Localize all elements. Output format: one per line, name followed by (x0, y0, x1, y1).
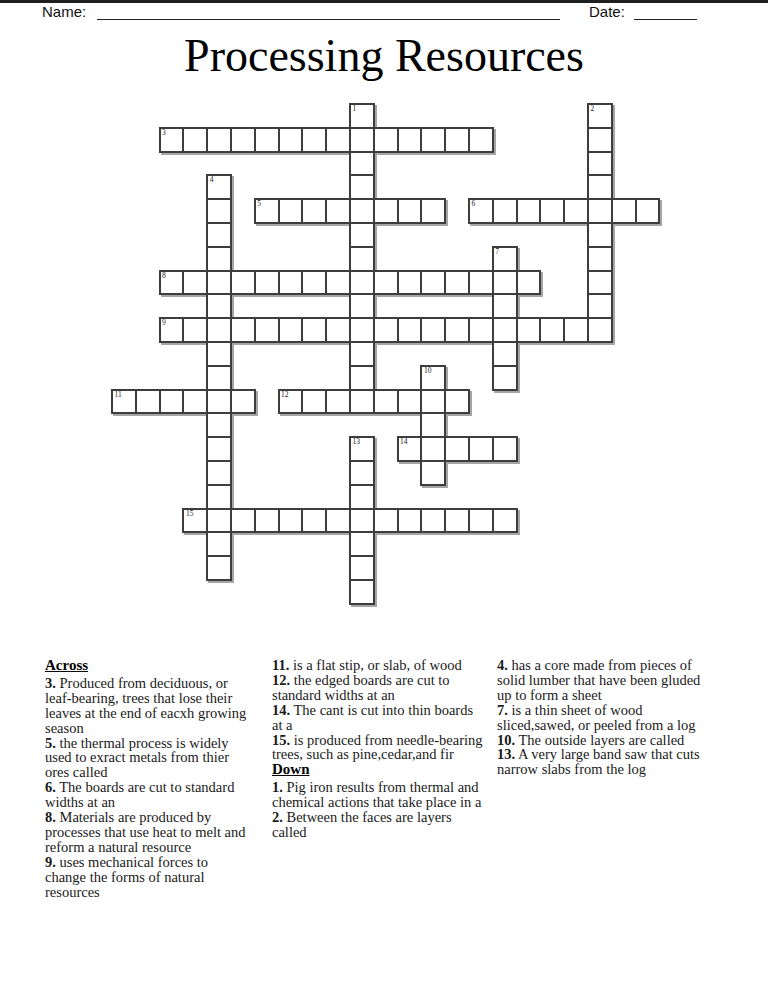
cell-r12-c3[interactable] (182, 389, 208, 415)
clue-across-11: 11. is a flat stip, or slab, of wood (272, 658, 484, 673)
clue-text-8: Materials are produced by processes that… (45, 809, 246, 855)
clue-number-13: 13 (353, 437, 361, 446)
cell-r6-c20[interactable] (587, 246, 613, 272)
cell-r19-c4[interactable] (206, 555, 232, 581)
clue-across-15: 15. is produced from needle-bearing tree… (272, 733, 484, 763)
cell-r8-c4[interactable] (206, 293, 232, 319)
clue-number-8: 8 (162, 271, 166, 280)
cell-r4-c11[interactable] (373, 198, 399, 224)
clue-number-label-6: 6. (45, 779, 56, 795)
cell-r19-c10[interactable] (349, 555, 375, 581)
clue-text-1: Pig iron results from thermal and chemic… (272, 779, 481, 810)
clue-across-6: 6. The boards are cut to standard widths… (45, 780, 250, 810)
clue-text-12: the edged boards are cut to standard wid… (272, 672, 450, 703)
cell-r7-c10[interactable] (349, 270, 375, 296)
cell-r14-c13[interactable] (420, 436, 446, 462)
clue-text-5: the thermal process is widely used to ex… (45, 735, 229, 781)
clue-number-label-2: 2. (272, 809, 283, 825)
clue-text-4: has a core made from pieces of solid lum… (497, 657, 700, 703)
clue-number-label-7: 7. (497, 702, 508, 718)
cell-r14-c16[interactable] (492, 436, 518, 462)
clue-number-label-10: 10. (497, 732, 515, 748)
cell-r1-c6[interactable] (254, 127, 280, 153)
cell-r9-c4[interactable] (206, 317, 232, 343)
cell-r17-c7[interactable] (278, 508, 304, 534)
cell-r4-c10[interactable] (349, 198, 375, 224)
clue-number-10: 10 (424, 366, 432, 375)
cell-r12-c9[interactable] (325, 389, 351, 415)
cell-r7-c3[interactable] (182, 270, 208, 296)
cell-r12-c2[interactable] (159, 389, 185, 415)
cell-r14-c10[interactable]: 13 (349, 436, 375, 462)
cell-r6-c10[interactable] (349, 246, 375, 272)
clue-number-label-11: 11. (272, 657, 289, 673)
cell-r1-c2[interactable]: 3 (159, 127, 185, 153)
cell-r9-c20[interactable] (587, 317, 613, 343)
down-heading: Down (272, 762, 484, 777)
cell-r7-c4[interactable] (206, 270, 232, 296)
clue-down-13: 13. A very large band saw that cuts narr… (497, 747, 715, 777)
clue-column-across: Across3. Produced from deciduous, or lea… (45, 658, 250, 900)
cell-r1-c20[interactable] (587, 127, 613, 153)
cell-r10-c16[interactable] (492, 341, 518, 367)
cell-r9-c10[interactable] (349, 317, 375, 343)
cell-r12-c14[interactable] (444, 389, 470, 415)
cell-r1-c13[interactable] (420, 127, 446, 153)
cell-r1-c12[interactable] (397, 127, 423, 153)
cell-r17-c3[interactable]: 15 (182, 508, 208, 534)
cell-r9-c11[interactable] (373, 317, 399, 343)
cell-r8-c20[interactable] (587, 293, 613, 319)
clue-number-4: 4 (210, 175, 214, 184)
cell-r1-c15[interactable] (468, 127, 494, 153)
cell-r1-c11[interactable] (373, 127, 399, 153)
cell-r3-c10[interactable] (349, 174, 375, 200)
crossword-board: 123456789101112131415 (111, 103, 661, 606)
clue-across-9: 9. uses mechanical forces to change the … (45, 855, 250, 900)
cell-r11-c13[interactable]: 10 (420, 365, 446, 391)
cell-r7-c13[interactable] (420, 270, 446, 296)
cell-r11-c10[interactable] (349, 365, 375, 391)
cell-r11-c16[interactable] (492, 365, 518, 391)
cell-r15-c4[interactable] (206, 460, 232, 486)
cell-r7-c6[interactable] (254, 270, 280, 296)
cell-r7-c9[interactable] (325, 270, 351, 296)
cell-r7-c5[interactable] (230, 270, 256, 296)
cell-r9-c18[interactable] (539, 317, 565, 343)
cell-r7-c11[interactable] (373, 270, 399, 296)
cell-r1-c9[interactable] (325, 127, 351, 153)
cell-r17-c11[interactable] (373, 508, 399, 534)
cell-r15-c13[interactable] (420, 460, 446, 486)
clue-number-label-15: 15. (272, 732, 290, 748)
clue-number-11: 11 (115, 390, 122, 399)
cell-r4-c21[interactable] (611, 198, 637, 224)
cell-r12-c8[interactable] (301, 389, 327, 415)
cell-r4-c15[interactable]: 6 (468, 198, 494, 224)
clue-number-label-14: 14. (272, 702, 290, 718)
clue-number-label-1: 1. (272, 779, 283, 795)
cell-r9-c13[interactable] (420, 317, 446, 343)
clue-text-6: The boards are cut to standard widths at… (45, 779, 234, 810)
clue-column-mixed: 11. is a flat stip, or slab, of wood12. … (272, 658, 484, 840)
clue-down-1: 1. Pig iron results from thermal and che… (272, 780, 484, 810)
cell-r18-c4[interactable] (206, 531, 232, 557)
cell-r9-c9[interactable] (325, 317, 351, 343)
cell-r17-c12[interactable] (397, 508, 423, 534)
cell-r7-c16[interactable] (492, 270, 518, 296)
clue-number-14: 14 (400, 437, 408, 446)
cell-r18-c10[interactable] (349, 531, 375, 557)
cell-r12-c4[interactable] (206, 389, 232, 415)
clue-across-8: 8. Materials are produced by processes t… (45, 810, 250, 855)
across-heading: Across (45, 658, 250, 673)
cell-r7-c7[interactable] (278, 270, 304, 296)
name-label: Name: (42, 3, 86, 20)
clue-down-10: 10. The outside layers are called (497, 733, 715, 748)
clue-across-3: 3. Produced from deciduous, or leaf-bear… (45, 676, 250, 736)
cell-r4-c13[interactable] (420, 198, 446, 224)
cell-r4-c9[interactable] (325, 198, 351, 224)
cell-r0-c10[interactable]: 1 (349, 103, 375, 129)
cell-r1-c5[interactable] (230, 127, 256, 153)
clue-down-2: 2. Between the faces are layers called (272, 810, 484, 840)
cell-r9-c14[interactable] (444, 317, 470, 343)
cell-r14-c4[interactable] (206, 436, 232, 462)
clue-number-3: 3 (162, 128, 166, 137)
cell-r4-c18[interactable] (539, 198, 565, 224)
cell-r9-c19[interactable] (563, 317, 589, 343)
cell-r7-c14[interactable] (444, 270, 470, 296)
cell-r9-c2[interactable]: 9 (159, 317, 185, 343)
clue-across-5: 5. the thermal process is widely used to… (45, 736, 250, 781)
clue-number-15: 15 (186, 509, 194, 518)
cell-r10-c4[interactable] (206, 341, 232, 367)
clue-number-label-5: 5. (45, 735, 56, 751)
cell-r3-c4[interactable]: 4 (206, 174, 232, 200)
cell-r13-c13[interactable] (420, 412, 446, 438)
cell-r12-c7[interactable]: 12 (278, 389, 304, 415)
cell-r17-c10[interactable] (349, 508, 375, 534)
cell-r9-c16[interactable] (492, 317, 518, 343)
cell-r15-c10[interactable] (349, 460, 375, 486)
cell-r12-c5[interactable] (230, 389, 256, 415)
clue-text-11: is a flat stip, or slab, of wood (289, 657, 461, 673)
cell-r4-c4[interactable] (206, 198, 232, 224)
clue-number-6: 6 (472, 199, 476, 208)
clue-number-label-13: 13. (497, 746, 515, 762)
cell-r12-c12[interactable] (397, 389, 423, 415)
clue-text-9: uses mechanical forces to change the for… (45, 854, 208, 900)
cell-r1-c8[interactable] (301, 127, 327, 153)
cell-r0-c20[interactable]: 2 (587, 103, 613, 129)
cell-r17-c13[interactable] (420, 508, 446, 534)
cell-r4-c20[interactable] (587, 198, 613, 224)
cell-r11-c4[interactable] (206, 365, 232, 391)
clue-number-12: 12 (281, 390, 289, 399)
page-top-border (0, 0, 768, 3)
cell-r9-c15[interactable] (468, 317, 494, 343)
cell-r5-c10[interactable] (349, 222, 375, 248)
cell-r1-c3[interactable] (182, 127, 208, 153)
clue-number-1: 1 (353, 104, 357, 113)
cell-r9-c17[interactable] (516, 317, 542, 343)
cell-r4-c19[interactable] (563, 198, 589, 224)
cell-r9-c3[interactable] (182, 317, 208, 343)
clue-text-10: The outside layers are called (515, 732, 684, 748)
clue-down-7: 7. is a thin sheet of wood sliced,sawed,… (497, 703, 715, 733)
cell-r3-c20[interactable] (587, 174, 613, 200)
clue-column-down: 4. has a core made from pieces of solid … (497, 658, 715, 777)
date-label: Date: (589, 3, 625, 20)
cell-r7-c2[interactable]: 8 (159, 270, 185, 296)
cell-r17-c14[interactable] (444, 508, 470, 534)
cell-r7-c15[interactable] (468, 270, 494, 296)
cell-r14-c15[interactable] (468, 436, 494, 462)
cell-r9-c7[interactable] (278, 317, 304, 343)
cell-r7-c17[interactable] (516, 270, 542, 296)
cell-r12-c0[interactable]: 11 (111, 389, 137, 415)
cell-r1-c10[interactable] (349, 127, 375, 153)
cell-r1-c14[interactable] (444, 127, 470, 153)
cell-r6-c16[interactable]: 7 (492, 246, 518, 272)
cell-r9-c5[interactable] (230, 317, 256, 343)
clue-number-7: 7 (495, 247, 499, 256)
cell-r17-c15[interactable] (468, 508, 494, 534)
cell-r7-c20[interactable] (587, 270, 613, 296)
cell-r14-c14[interactable] (444, 436, 470, 462)
cell-r5-c4[interactable] (206, 222, 232, 248)
cell-r4-c16[interactable] (492, 198, 518, 224)
cell-r14-c12[interactable]: 14 (397, 436, 423, 462)
cell-r17-c5[interactable] (230, 508, 256, 534)
clue-text-3: Produced from deciduous, or leaf-bearing… (45, 675, 246, 736)
cell-r2-c10[interactable] (349, 151, 375, 177)
page-title: Processing Resources (0, 30, 768, 82)
cell-r7-c12[interactable] (397, 270, 423, 296)
cell-r17-c8[interactable] (301, 508, 327, 534)
date-input-line[interactable] (634, 19, 697, 20)
cell-r12-c10[interactable] (349, 389, 375, 415)
cell-r8-c16[interactable] (492, 293, 518, 319)
cell-r1-c4[interactable] (206, 127, 232, 153)
cell-r4-c17[interactable] (516, 198, 542, 224)
cell-r20-c10[interactable] (349, 579, 375, 605)
cell-r9-c12[interactable] (397, 317, 423, 343)
cell-r4-c8[interactable] (301, 198, 327, 224)
clue-number-label-4: 4. (497, 657, 508, 673)
cell-r17-c6[interactable] (254, 508, 280, 534)
cell-r9-c6[interactable] (254, 317, 280, 343)
cell-r7-c8[interactable] (301, 270, 327, 296)
clue-number-label-3: 3. (45, 675, 56, 691)
cell-r12-c11[interactable] (373, 389, 399, 415)
cell-r17-c9[interactable] (325, 508, 351, 534)
clue-text-13: A very large band saw that cuts narrow s… (497, 746, 700, 777)
cell-r4-c22[interactable] (635, 198, 661, 224)
cell-r5-c20[interactable] (587, 222, 613, 248)
cell-r8-c10[interactable] (349, 293, 375, 319)
clue-across-12: 12. the edged boards are cut to standard… (272, 673, 484, 703)
clue-text-14: The cant is cut into thin boards at a (272, 702, 473, 733)
clue-text-2: Between the faces are layers called (272, 809, 452, 840)
cell-r16-c10[interactable] (349, 484, 375, 510)
cell-r4-c7[interactable] (278, 198, 304, 224)
cell-r17-c4[interactable] (206, 508, 232, 534)
cell-r10-c10[interactable] (349, 341, 375, 367)
cell-r4-c6[interactable]: 5 (254, 198, 280, 224)
cell-r12-c13[interactable] (420, 389, 446, 415)
clue-number-2: 2 (591, 104, 595, 113)
cell-r9-c8[interactable] (301, 317, 327, 343)
clue-number-label-8: 8. (45, 809, 56, 825)
cell-r16-c4[interactable] (206, 484, 232, 510)
clue-number-9: 9 (162, 318, 166, 327)
cell-r2-c20[interactable] (587, 151, 613, 177)
cell-r17-c16[interactable] (492, 508, 518, 534)
clue-number-label-9: 9. (45, 854, 56, 870)
cell-r12-c1[interactable] (135, 389, 161, 415)
cell-r1-c7[interactable] (278, 127, 304, 153)
clue-down-4: 4. has a core made from pieces of solid … (497, 658, 715, 703)
name-input-line[interactable] (97, 19, 560, 20)
clue-number-label-12: 12. (272, 672, 290, 688)
clue-text-7: is a thin sheet of wood sliced,sawed, or… (497, 702, 696, 733)
clue-number-5: 5 (257, 199, 261, 208)
cell-r13-c4[interactable] (206, 412, 232, 438)
cell-r4-c12[interactable] (397, 198, 423, 224)
clue-across-14: 14. The cant is cut into thin boards at … (272, 703, 484, 733)
cell-r6-c4[interactable] (206, 246, 232, 272)
clue-text-15: is produced from needle-bearing trees, s… (272, 732, 483, 763)
